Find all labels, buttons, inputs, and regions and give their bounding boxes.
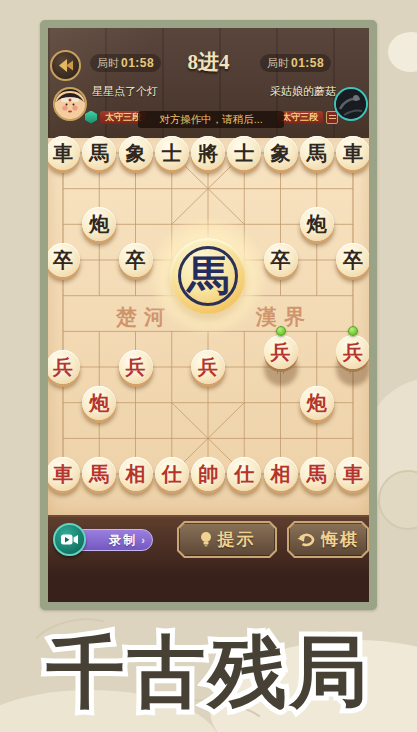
piece-車-black[interactable]: 車 xyxy=(336,136,370,170)
piece-士-black[interactable]: 士 xyxy=(227,136,261,170)
right-avatar-art xyxy=(336,89,366,119)
undo-arrow-icon xyxy=(297,532,316,547)
piece-卒-black[interactable]: 卒 xyxy=(336,243,370,277)
lightbulb-icon xyxy=(199,531,213,548)
piece-相-red[interactable]: 相 xyxy=(264,457,298,491)
record-button[interactable] xyxy=(53,523,86,556)
left-player-avatar[interactable] xyxy=(53,87,87,121)
piece-相-red[interactable]: 相 xyxy=(119,457,153,491)
right-player-avatar[interactable] xyxy=(334,87,368,121)
right-timer: 局时 01:58 xyxy=(260,54,331,72)
chevron-right-icon: › xyxy=(141,534,145,546)
piece-炮-red[interactable]: 炮 xyxy=(82,386,116,420)
right-player-name: 采姑娘的蘑菇 xyxy=(270,84,336,99)
piece-炮-red[interactable]: 炮 xyxy=(300,386,334,420)
piece-將-black[interactable]: 將 xyxy=(191,136,225,170)
hint-button[interactable]: 提示 xyxy=(177,521,277,558)
piece-馬-black[interactable]: 馬 xyxy=(300,136,334,170)
match-header: 局时 01:58 8进4 局时 01:58 xyxy=(48,28,369,138)
left-player-badges: 太守三段 xyxy=(85,110,146,124)
piece-馬-red[interactable]: 馬 xyxy=(300,457,334,491)
timer-value: 01:58 xyxy=(291,56,324,70)
undo-button[interactable]: 悔棋 xyxy=(287,521,369,558)
left-avatar-face xyxy=(55,89,85,119)
poster-title: 千古残局 千古残局 xyxy=(0,618,417,732)
right-player-badges: 太守三段 xyxy=(277,110,338,124)
waiting-toast: 对方操作中，请稍后... xyxy=(138,111,284,128)
record-label: 录制 xyxy=(109,532,137,549)
rank-gem-icon xyxy=(85,111,97,124)
piece-炮-black[interactable]: 炮 xyxy=(300,207,334,241)
piece-車-black[interactable]: 車 xyxy=(46,136,80,170)
piece-帥-red[interactable]: 帥 xyxy=(191,457,225,491)
video-camera-icon xyxy=(60,532,79,547)
piece-車-red[interactable]: 車 xyxy=(336,457,370,491)
bottom-toolbar: 录制 › 提示 xyxy=(48,515,369,602)
piece-兵-red[interactable]: 兵 xyxy=(264,335,298,369)
move-indicator-dot xyxy=(276,326,286,336)
poster-title-text: 千古残局 xyxy=(0,618,417,728)
left-player-name: 星星点了个灯 xyxy=(92,84,158,99)
timer-label: 局时 xyxy=(267,56,289,71)
piece-兵-red[interactable]: 兵 xyxy=(336,335,370,369)
highlighted-horse-piece[interactable]: 馬 xyxy=(170,238,246,314)
game-screen-frame: 局时 01:58 8进4 局时 01:58 xyxy=(40,20,377,610)
xiangqi-board[interactable]: 楚河 漢界 車馬象士將士象馬車炮炮卒卒卒卒卒兵兵兵兵兵炮炮車馬相仕帥仕相馬車 馬 xyxy=(48,138,369,515)
piece-卒-black[interactable]: 卒 xyxy=(46,243,80,277)
piece-象-black[interactable]: 象 xyxy=(119,136,153,170)
hint-label: 提示 xyxy=(218,528,256,551)
piece-象-black[interactable]: 象 xyxy=(264,136,298,170)
big-piece-glyph: 馬 xyxy=(187,255,229,297)
undo-label: 悔棋 xyxy=(321,528,359,551)
piece-車-red[interactable]: 車 xyxy=(46,457,80,491)
piece-仕-red[interactable]: 仕 xyxy=(155,457,189,491)
piece-兵-red[interactable]: 兵 xyxy=(46,350,80,384)
piece-士-black[interactable]: 士 xyxy=(155,136,189,170)
piece-馬-black[interactable]: 馬 xyxy=(82,136,116,170)
piece-兵-red[interactable]: 兵 xyxy=(119,350,153,384)
cloud-decoration xyxy=(388,32,417,72)
